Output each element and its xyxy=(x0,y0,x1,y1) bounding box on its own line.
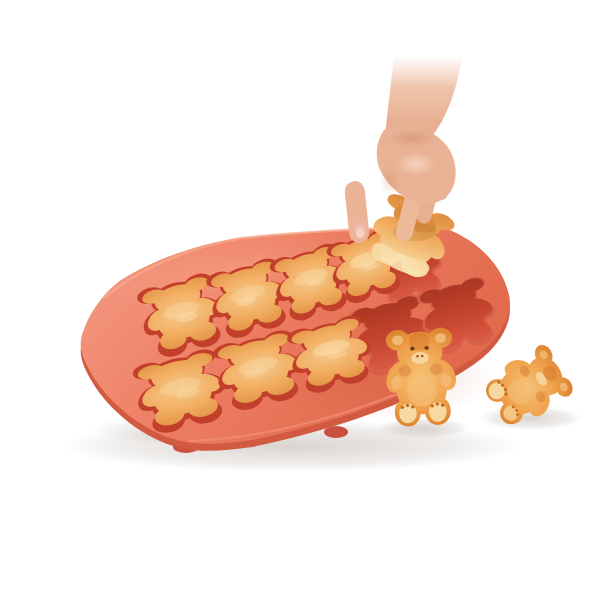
standing-bear-shadow xyxy=(378,418,470,438)
knuckle-highlight xyxy=(396,152,436,176)
product-photo xyxy=(0,0,597,597)
wrist-shading xyxy=(388,129,436,147)
scene-illustration xyxy=(0,0,597,597)
palm-edge-shading xyxy=(380,164,400,196)
